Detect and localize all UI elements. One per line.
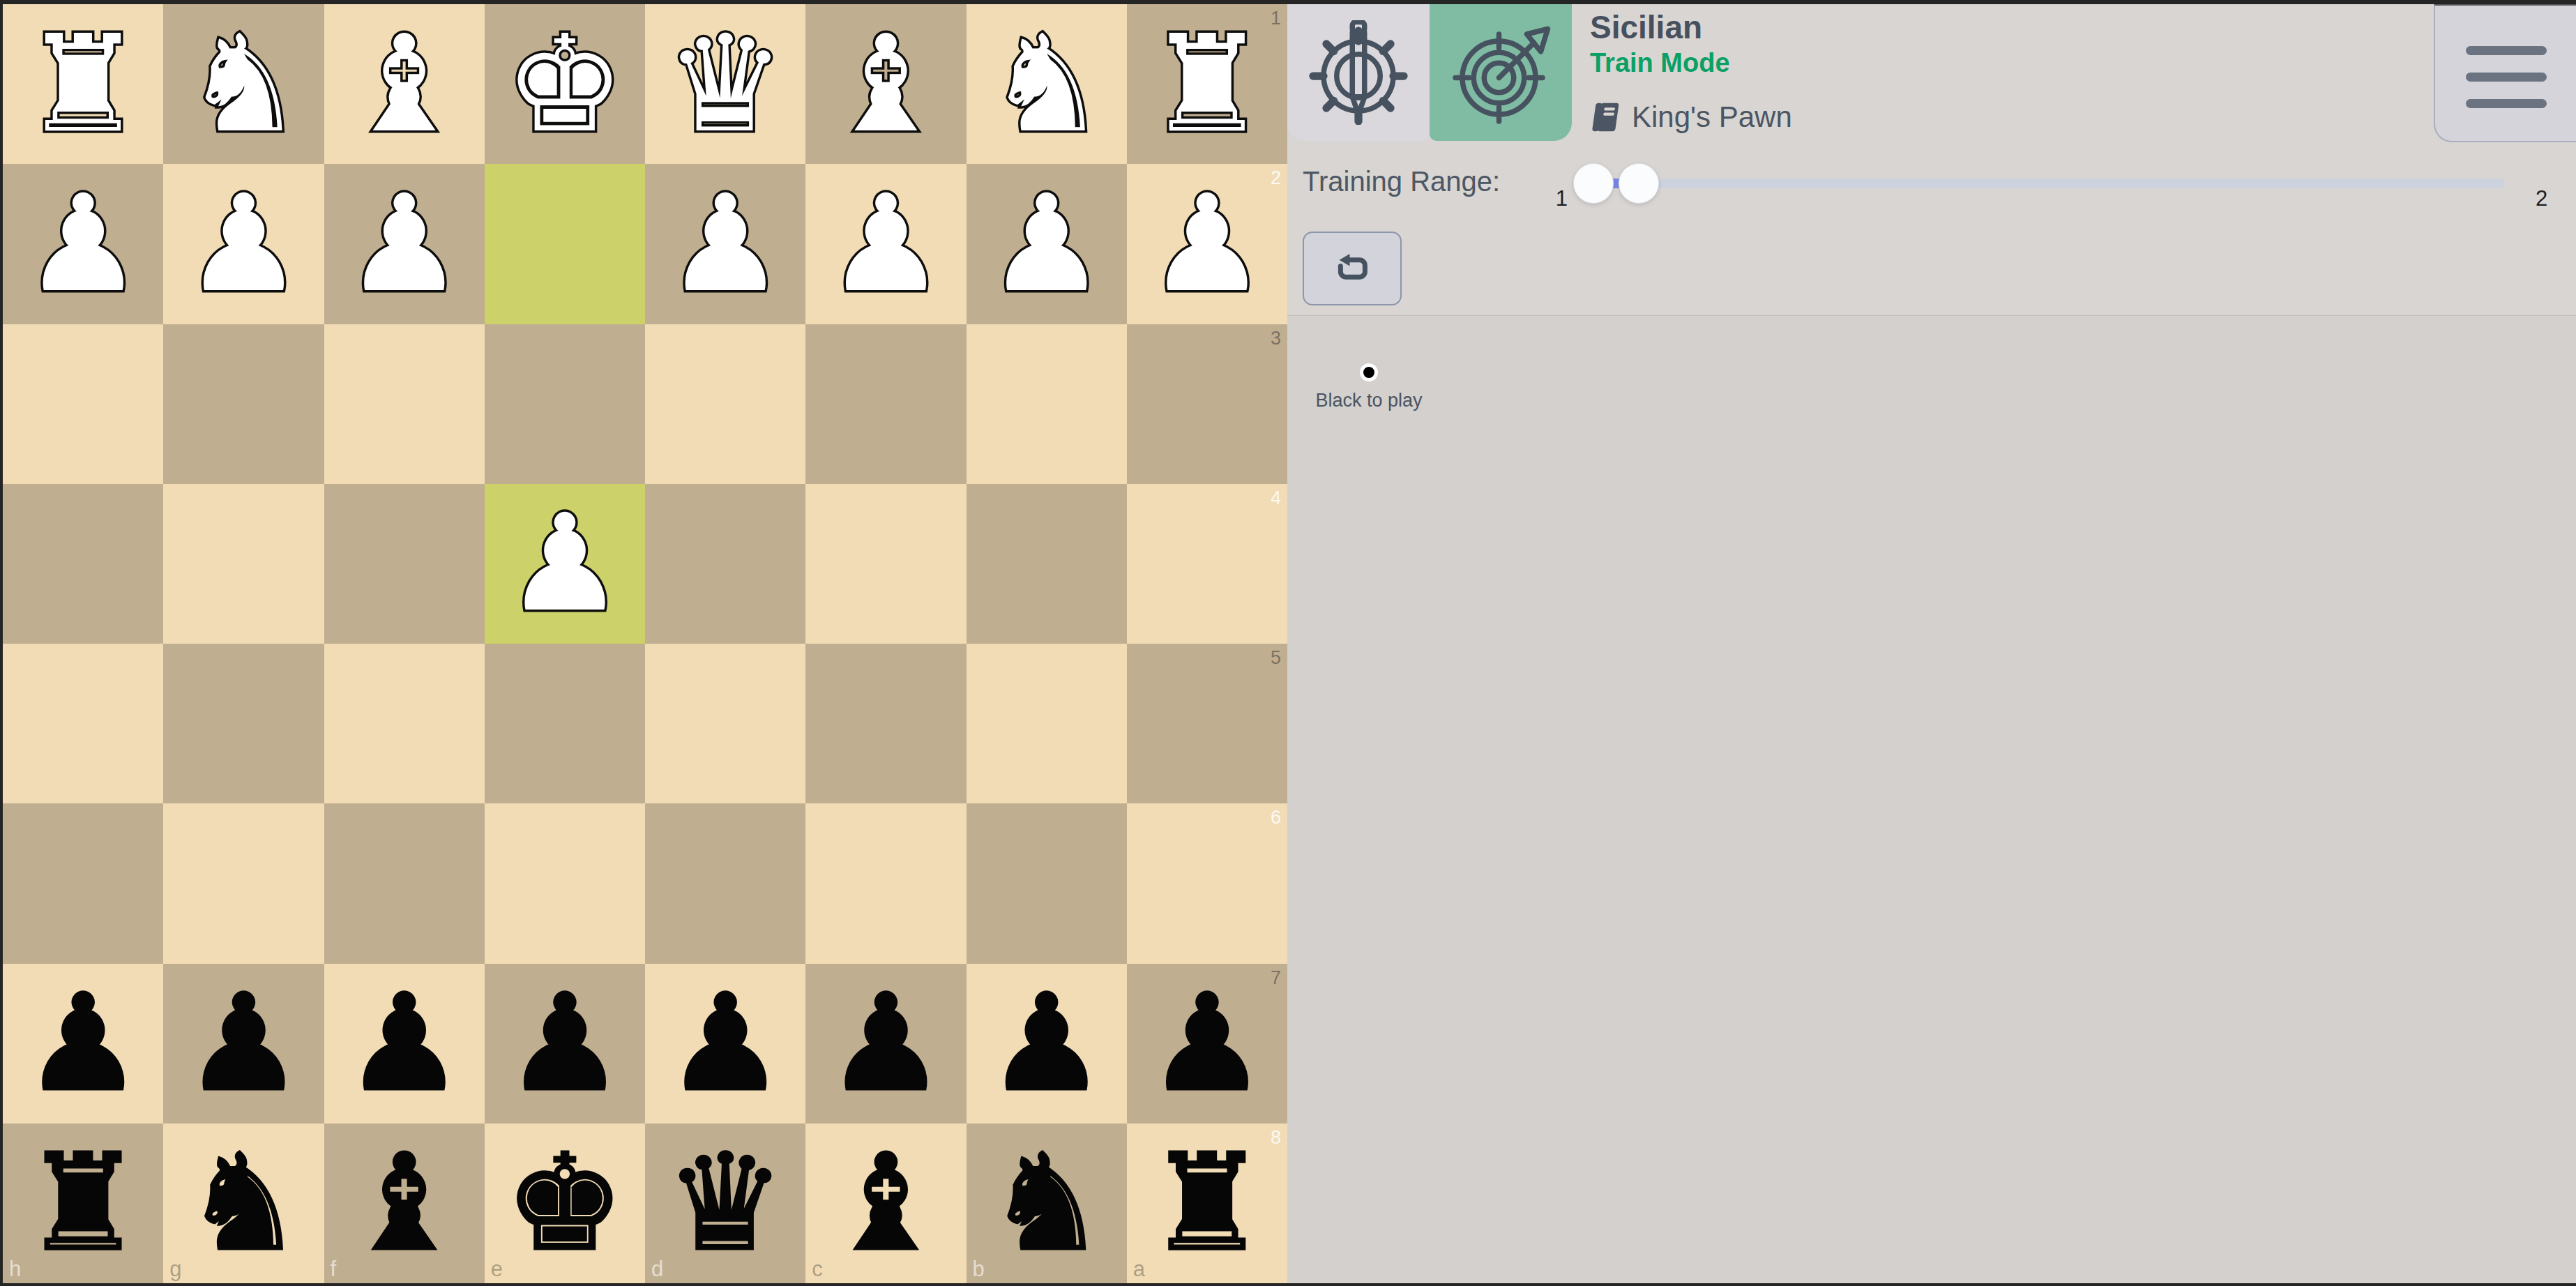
square-g7[interactable]: ♟	[163, 964, 324, 1124]
slider-min-mark: 1	[1547, 186, 1568, 211]
square-f1[interactable]: ♝	[324, 4, 485, 164]
side-to-move-status: Black to play	[1287, 363, 1450, 411]
square-e4[interactable]: ♟	[485, 484, 645, 644]
square-h6[interactable]	[3, 803, 163, 963]
square-c4[interactable]	[805, 484, 966, 644]
rank-label: 4	[1271, 487, 1281, 509]
undo-move-button[interactable]	[1303, 232, 1402, 305]
square-g1[interactable]: ♞	[163, 4, 324, 164]
square-d5[interactable]	[645, 644, 805, 803]
square-h7[interactable]: ♟	[3, 964, 163, 1124]
square-a5[interactable]: 5	[1127, 644, 1287, 803]
piece-white-bishop[interactable]: ♝	[344, 17, 464, 151]
piece-white-pawn[interactable]: ♟	[987, 177, 1107, 311]
square-b2[interactable]: ♟	[967, 164, 1127, 324]
square-c3[interactable]	[805, 324, 966, 484]
rank-label: 8	[1271, 1127, 1281, 1149]
rank-label: 2	[1271, 167, 1281, 189]
build-mode-button[interactable]	[1287, 4, 1430, 141]
piece-black-pawn[interactable]: ♟	[344, 976, 464, 1110]
square-b8[interactable]: ♞b	[967, 1124, 1127, 1283]
square-f8[interactable]: ♝f	[324, 1124, 485, 1283]
piece-black-queen[interactable]: ♛	[665, 1136, 785, 1270]
square-e6[interactable]	[485, 803, 645, 963]
square-e1[interactable]: ♚	[485, 4, 645, 164]
square-d3[interactable]	[645, 324, 805, 484]
piece-black-pawn[interactable]: ♟	[505, 976, 625, 1110]
piece-white-rook[interactable]: ♜	[1147, 17, 1267, 151]
square-b3[interactable]	[967, 324, 1127, 484]
file-label: f	[331, 1257, 337, 1282]
square-a7[interactable]: ♟7	[1127, 964, 1287, 1124]
title-block: Sicilian Train Mode	[1590, 10, 1730, 78]
square-g8[interactable]: ♞g	[163, 1124, 324, 1283]
piece-black-pawn[interactable]: ♟	[1147, 976, 1267, 1110]
square-a2[interactable]: ♟2	[1127, 164, 1287, 324]
side-to-move-text: Black to play	[1287, 390, 1450, 411]
chess-board[interactable]: ♜♞♝♚♛♝♞♜1♟♟♟♟♟♟♟23♟456♟♟♟♟♟♟♟♟7♜h♞g♝f♚e♛…	[3, 4, 1287, 1283]
square-a6[interactable]: 6	[1127, 803, 1287, 963]
menu-button[interactable]	[2434, 4, 2576, 142]
opening-line-name: King's Pawn	[1632, 100, 1792, 134]
square-a1[interactable]: ♜1	[1127, 4, 1287, 164]
square-d7[interactable]: ♟	[645, 964, 805, 1124]
square-f6[interactable]	[324, 803, 485, 963]
square-c1[interactable]: ♝	[805, 4, 966, 164]
square-a3[interactable]: 3	[1127, 324, 1287, 484]
panel-header: Sicilian Train Mode King's Pawn Training…	[1287, 4, 2576, 316]
training-range-slider-track[interactable]	[1573, 179, 2505, 188]
piece-black-king[interactable]: ♚	[505, 1136, 625, 1270]
square-e2[interactable]	[485, 164, 645, 324]
square-c6[interactable]	[805, 803, 966, 963]
book-icon	[1590, 100, 1621, 134]
square-a4[interactable]: 4	[1127, 484, 1287, 644]
rank-label: 1	[1271, 8, 1281, 29]
rank-label: 7	[1271, 967, 1281, 989]
square-d1[interactable]: ♛	[645, 4, 805, 164]
piece-black-rook[interactable]: ♜	[23, 1136, 143, 1270]
square-g5[interactable]	[163, 644, 324, 803]
piece-black-bishop[interactable]: ♝	[344, 1136, 464, 1270]
piece-white-pawn[interactable]: ♟	[23, 177, 143, 311]
piece-black-pawn[interactable]: ♟	[987, 976, 1107, 1110]
hamburger-icon	[2466, 46, 2547, 55]
piece-white-pawn[interactable]: ♟	[344, 177, 464, 311]
square-d8[interactable]: ♛d	[645, 1124, 805, 1283]
square-h2[interactable]: ♟	[3, 164, 163, 324]
training-range-label: Training Range:	[1303, 166, 1500, 197]
file-label: a	[1133, 1257, 1145, 1282]
rank-label: 5	[1271, 647, 1281, 669]
square-e3[interactable]	[485, 324, 645, 484]
piece-white-king[interactable]: ♚	[505, 17, 625, 151]
hamburger-icon	[2466, 99, 2547, 108]
square-b7[interactable]: ♟	[967, 964, 1127, 1124]
square-e7[interactable]: ♟	[485, 964, 645, 1124]
piece-white-pawn[interactable]: ♟	[1147, 177, 1267, 311]
side-panel: Sicilian Train Mode King's Pawn Training…	[1287, 4, 2576, 1283]
square-b5[interactable]	[967, 644, 1127, 803]
square-c2[interactable]: ♟	[805, 164, 966, 324]
rank-label: 3	[1271, 328, 1281, 349]
square-g4[interactable]	[163, 484, 324, 644]
square-h1[interactable]: ♜	[3, 4, 163, 164]
piece-black-knight[interactable]: ♞	[987, 1136, 1107, 1270]
piece-black-pawn[interactable]: ♟	[183, 976, 303, 1110]
slider-max-mark: 2	[2536, 186, 2547, 211]
square-a8[interactable]: ♜8a	[1127, 1124, 1287, 1283]
piece-black-knight[interactable]: ♞	[183, 1136, 303, 1270]
square-e8[interactable]: ♚e	[485, 1124, 645, 1283]
square-g3[interactable]	[163, 324, 324, 484]
mode-label: Train Mode	[1590, 48, 1730, 79]
square-h8[interactable]: ♜h	[3, 1124, 163, 1283]
square-f3[interactable]	[324, 324, 485, 484]
black-turn-dot	[1360, 363, 1378, 381]
piece-white-queen[interactable]: ♛	[665, 17, 785, 151]
target-arrow-icon	[1448, 20, 1553, 125]
train-mode-button[interactable]	[1430, 4, 1572, 141]
square-b4[interactable]	[967, 484, 1127, 644]
hamburger-icon	[2466, 73, 2547, 82]
piece-black-rook[interactable]: ♜	[1147, 1136, 1267, 1270]
square-g6[interactable]	[163, 803, 324, 963]
gear-pencil-icon	[1306, 20, 1411, 125]
square-d6[interactable]	[645, 803, 805, 963]
piece-white-knight[interactable]: ♞	[183, 17, 303, 151]
piece-black-bishop[interactable]: ♝	[826, 1136, 946, 1270]
piece-white-pawn[interactable]: ♟	[665, 177, 785, 311]
square-d2[interactable]: ♟	[645, 164, 805, 324]
square-c7[interactable]: ♟	[805, 964, 966, 1124]
piece-white-bishop[interactable]: ♝	[826, 17, 946, 151]
square-h3[interactable]	[3, 324, 163, 484]
piece-black-pawn[interactable]: ♟	[665, 976, 785, 1110]
square-h5[interactable]	[3, 644, 163, 803]
square-d4[interactable]	[645, 484, 805, 644]
piece-black-pawn[interactable]: ♟	[826, 976, 946, 1110]
file-label: g	[169, 1257, 181, 1282]
piece-white-pawn[interactable]: ♟	[826, 177, 946, 311]
opening-title: Sicilian	[1590, 10, 1730, 45]
file-label: h	[9, 1257, 21, 1282]
opening-line-row: King's Pawn	[1590, 100, 1792, 134]
piece-white-pawn[interactable]: ♟	[183, 177, 303, 311]
piece-white-rook[interactable]: ♜	[23, 17, 143, 151]
mode-switch	[1287, 4, 1572, 141]
file-label: d	[651, 1257, 663, 1282]
square-c8[interactable]: ♝c	[805, 1124, 966, 1283]
piece-white-pawn[interactable]: ♟	[505, 497, 625, 630]
square-f5[interactable]	[324, 644, 485, 803]
square-h4[interactable]	[3, 484, 163, 644]
slider-handle-high[interactable]	[1619, 164, 1658, 203]
square-b1[interactable]: ♞	[967, 4, 1127, 164]
piece-white-knight[interactable]: ♞	[987, 17, 1107, 151]
square-b6[interactable]	[967, 803, 1127, 963]
undo-icon	[1331, 249, 1374, 288]
square-e5[interactable]	[485, 644, 645, 803]
rank-label: 6	[1271, 807, 1281, 829]
square-f2[interactable]: ♟	[324, 164, 485, 324]
square-g2[interactable]: ♟	[163, 164, 324, 324]
square-f4[interactable]	[324, 484, 485, 644]
file-label: b	[973, 1257, 985, 1282]
piece-black-pawn[interactable]: ♟	[23, 976, 143, 1110]
file-label: e	[491, 1257, 503, 1282]
slider-handle-low[interactable]	[1574, 164, 1613, 203]
square-c5[interactable]	[805, 644, 966, 803]
file-label: c	[812, 1257, 823, 1282]
square-f7[interactable]: ♟	[324, 964, 485, 1124]
